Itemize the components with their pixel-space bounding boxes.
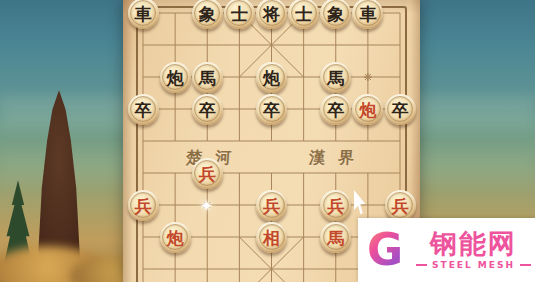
piece-glyph: 卒: [199, 101, 216, 118]
piece-glyph: 象: [327, 5, 344, 22]
watermark: G 钢能网 STEEL MESH: [358, 218, 535, 282]
brand-name: 钢能网: [430, 230, 517, 258]
piece-black-炮[interactable]: 炮: [160, 62, 191, 93]
piece-black-卒[interactable]: 卒: [192, 94, 223, 125]
piece-glyph: 車: [135, 5, 152, 22]
piece-glyph: 卒: [392, 101, 409, 118]
piece-black-卒[interactable]: 卒: [256, 94, 287, 125]
watermark-text: 钢能网 STEEL MESH: [412, 230, 535, 270]
piece-black-象[interactable]: 象: [320, 0, 351, 29]
piece-glyph: 卒: [263, 101, 280, 118]
piece-red-馬[interactable]: 馬: [320, 222, 351, 253]
piece-red-炮[interactable]: 炮: [352, 94, 383, 125]
piece-glyph: 兵: [135, 197, 152, 214]
subtitle-dash: [520, 264, 531, 266]
piece-black-馬[interactable]: 馬: [320, 62, 351, 93]
piece-black-車[interactable]: 車: [128, 0, 159, 29]
piece-red-兵[interactable]: 兵: [385, 190, 416, 221]
piece-black-卒[interactable]: 卒: [385, 94, 416, 125]
piece-black-象[interactable]: 象: [192, 0, 223, 29]
subtitle-dash: [416, 264, 427, 266]
piece-glyph: 炮: [359, 101, 376, 118]
brand-subtitle: STEEL MESH: [432, 260, 515, 270]
piece-red-炮[interactable]: 炮: [160, 222, 191, 253]
piece-black-将[interactable]: 将: [256, 0, 287, 29]
piece-glyph: 士: [231, 5, 248, 22]
piece-glyph: 象: [199, 5, 216, 22]
piece-glyph: 車: [359, 5, 376, 22]
piece-glyph: 馬: [199, 69, 216, 86]
piece-glyph: 卒: [327, 101, 344, 118]
brand-subtitle-row: STEEL MESH: [412, 260, 535, 270]
piece-red-兵[interactable]: 兵: [320, 190, 351, 221]
piece-black-卒[interactable]: 卒: [320, 94, 351, 125]
piece-black-卒[interactable]: 卒: [128, 94, 159, 125]
piece-red-相[interactable]: 相: [256, 222, 287, 253]
piece-black-士[interactable]: 士: [224, 0, 255, 29]
piece-glyph: 炮: [167, 229, 184, 246]
piece-glyph: 馬: [327, 229, 344, 246]
piece-glyph: 炮: [167, 69, 184, 86]
piece-glyph: 兵: [327, 197, 344, 214]
xiangqi-game-screenshot: 楚河 漢界 車象士将士象車炮馬炮馬卒卒卒卒炮卒兵兵兵兵兵炮相馬 ✦ G 钢能网 …: [0, 0, 535, 282]
piece-glyph: 相: [263, 229, 280, 246]
piece-glyph: 炮: [263, 69, 280, 86]
piece-glyph: 兵: [263, 197, 280, 214]
brand-logo-icon: G: [358, 228, 412, 272]
piece-black-炮[interactable]: 炮: [256, 62, 287, 93]
piece-glyph: 馬: [327, 69, 344, 86]
piece-glyph: 卒: [135, 101, 152, 118]
piece-glyph: 将: [263, 5, 280, 22]
piece-red-兵[interactable]: 兵: [128, 190, 159, 221]
piece-glyph: 兵: [199, 165, 216, 182]
piece-red-兵[interactable]: 兵: [256, 190, 287, 221]
river-label-han-jie: 漢界: [308, 148, 367, 168]
piece-glyph: 士: [295, 5, 312, 22]
piece-black-士[interactable]: 士: [288, 0, 319, 29]
piece-red-兵[interactable]: 兵: [192, 158, 223, 189]
piece-black-馬[interactable]: 馬: [192, 62, 223, 93]
piece-glyph: 兵: [392, 197, 409, 214]
